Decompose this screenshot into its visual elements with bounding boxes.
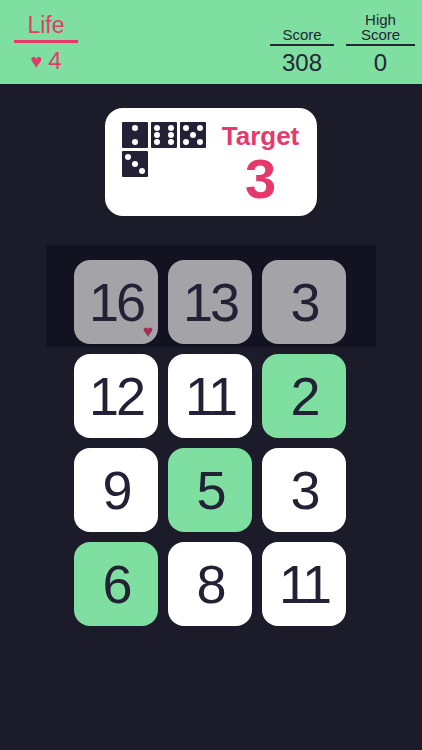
die-pip [139, 168, 145, 174]
tile-r0c0-16: 16♥ [74, 260, 158, 344]
die-pip [154, 132, 160, 138]
tile-value: 3 [290, 463, 317, 517]
tile-r1c1-11[interactable]: 11 [168, 354, 252, 438]
tile-r2c1-5[interactable]: 5 [168, 448, 252, 532]
tile-value: 5 [196, 463, 223, 517]
life-block: Life ♥ 4 [14, 13, 78, 75]
tile-r3c0-6[interactable]: 6 [74, 542, 158, 626]
life-value: ♥ 4 [14, 47, 78, 75]
die-pip [197, 139, 203, 145]
die-pip [183, 125, 189, 131]
die-pip [132, 139, 138, 145]
heart-icon: ♥ [30, 49, 42, 73]
heart-icon: ♥ [143, 323, 153, 340]
tile-r1c0-12[interactable]: 12 [74, 354, 158, 438]
target-value: 3 [210, 153, 311, 205]
die-pip [183, 139, 189, 145]
die-pip [154, 125, 160, 131]
tile-r2c2-3[interactable]: 3 [262, 448, 346, 532]
score-block: Score 308 [270, 0, 334, 77]
die-pip [168, 139, 174, 145]
tile-r2c0-9[interactable]: 9 [74, 448, 158, 532]
die-pip [197, 125, 203, 131]
tile-value: 6 [102, 557, 129, 611]
score-label: Score [282, 27, 321, 42]
header-bar: Life ♥ 4 Score 308 High Score 0 [0, 0, 422, 84]
life-label: Life [14, 13, 78, 43]
life-count: 4 [48, 47, 61, 75]
tile-value: 3 [290, 275, 317, 329]
die-pip [154, 139, 160, 145]
high-score-label: High Score [346, 12, 415, 42]
dice-area [122, 122, 210, 216]
die-pip [132, 161, 138, 167]
target-label: Target [210, 122, 311, 150]
target-card: Target 3 [105, 108, 317, 216]
tile-value: 13 [183, 275, 237, 329]
tile-value: 11 [185, 369, 235, 423]
tile-r3c1-8[interactable]: 8 [168, 542, 252, 626]
tile-r0c2-3: 3 [262, 260, 346, 344]
tile-value: 8 [196, 557, 223, 611]
die-6-icon [151, 122, 177, 148]
board-grid: 16♥133121129536811 [74, 260, 346, 626]
tile-r3c2-11[interactable]: 11 [262, 542, 346, 626]
tile-value: 16 [89, 275, 143, 329]
die-pip [168, 132, 174, 138]
die-pip [168, 125, 174, 131]
tile-value: 2 [290, 369, 317, 423]
die-pip [190, 132, 196, 138]
target-area: Target 3 [210, 122, 317, 216]
tile-value: 11 [279, 557, 329, 611]
tile-value: 9 [102, 463, 129, 517]
die-pip [132, 125, 138, 131]
die-5-icon [180, 122, 206, 148]
high-score-value: 0 [346, 49, 415, 77]
die-2-icon [122, 122, 148, 148]
tile-r1c2-2[interactable]: 2 [262, 354, 346, 438]
tile-value: 12 [89, 369, 143, 423]
die-pip [125, 154, 131, 160]
score-value: 308 [270, 49, 334, 77]
tile-r0c1-13: 13 [168, 260, 252, 344]
die-3-icon [122, 151, 148, 177]
high-score-block: High Score 0 [346, 0, 415, 77]
